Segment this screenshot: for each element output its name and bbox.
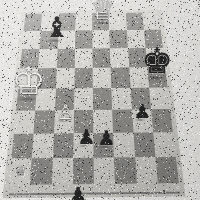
photo-content: ♕ ♕♝♚♔♙♟♟♟♟ [0, 0, 200, 200]
square-e6 [75, 48, 93, 67]
square-b8 [125, 13, 143, 30]
black-bishop-g7: ♝ [44, 14, 69, 42]
square-a2 [153, 132, 176, 157]
square-c2 [113, 133, 134, 158]
square-d7 [92, 30, 110, 48]
square-d4 [93, 88, 112, 110]
square-f2 [53, 133, 74, 158]
square-f1 [51, 158, 73, 185]
square-e7 [75, 30, 93, 48]
white-pawn-f3: ♙ [56, 102, 74, 122]
black-pawn-e2: ♟ [98, 128, 116, 148]
board-photo: ♕ ♕♝♚♔♙♟♟♟♟ [0, 0, 200, 200]
square-b1 [135, 157, 158, 184]
square-h3 [14, 111, 35, 134]
white-king-h4: ♔ [12, 62, 46, 100]
black-pawn-b3: ♟ [134, 102, 151, 121]
square-g2 [32, 133, 54, 158]
black-pawn-d2: ♟ [77, 127, 95, 147]
square-e5 [74, 68, 93, 89]
square-g3 [34, 110, 55, 133]
square-c4 [112, 88, 132, 110]
square-d1 [94, 157, 116, 184]
square-c5 [111, 67, 130, 88]
square-h7 [22, 31, 41, 49]
square-c1 [114, 157, 136, 184]
square-c7 [109, 30, 127, 48]
board-edge-line [9, 192, 180, 195]
square-a4 [149, 87, 170, 109]
square-h8 [24, 14, 42, 31]
square-a1 [155, 157, 179, 184]
square-g1 [30, 158, 52, 185]
square-d5 [93, 68, 112, 89]
square-d6 [92, 48, 110, 67]
square-h1: ♕ [9, 158, 32, 185]
square-f5 [56, 68, 75, 89]
square-e1 [73, 158, 94, 185]
square-e4 [74, 88, 93, 110]
square-c3 [112, 109, 133, 132]
square-a3 [151, 109, 173, 132]
board-ornament: ♕ [13, 165, 27, 179]
square-c6 [110, 48, 129, 67]
black-king-a5: ♚ [141, 44, 172, 79]
white-queen-d8: ♕ [90, 0, 115, 24]
square-f6 [56, 49, 74, 68]
chess-board: ♕ [3, 10, 186, 198]
square-h2 [11, 134, 33, 159]
captured-black-pawn: ♟ [68, 185, 88, 200]
square-a8 [142, 12, 161, 29]
square-b2 [133, 132, 155, 157]
